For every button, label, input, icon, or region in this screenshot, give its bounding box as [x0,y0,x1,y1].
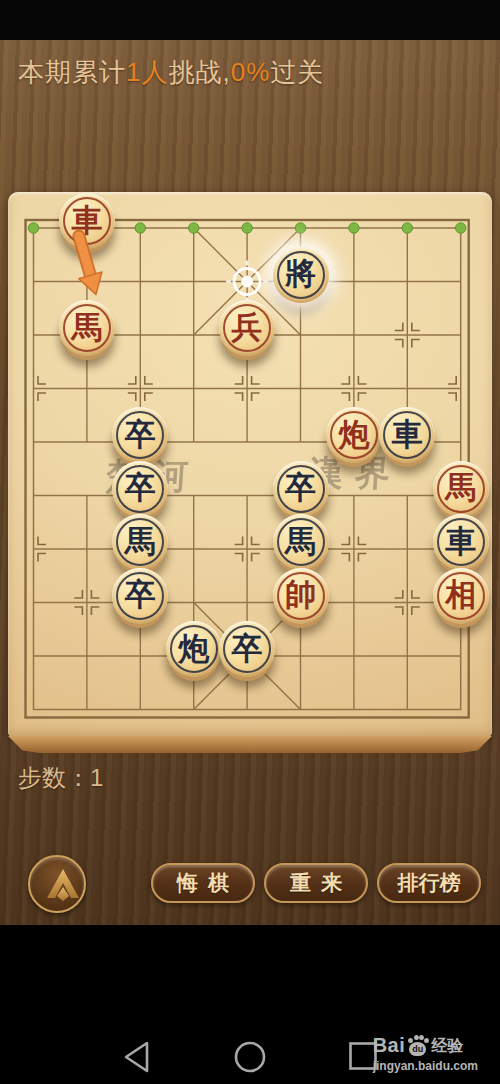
undo-button[interactable]: 悔棋 [151,863,255,903]
board-edge [8,736,492,753]
app-logo-icon [36,858,90,912]
piece-red[interactable]: 馬 [59,300,115,364]
piece-black[interactable]: 卒 [112,568,168,632]
move-counter-label: 步数： [18,764,90,791]
status-bar [0,0,500,40]
piece-red[interactable]: 相 [433,568,489,632]
app-screen: 本期累计1人挑战,0%过关 楚河 漢界 車將馬兵卒炮車卒卒馬馬馬車卒帥相炮卒 步… [0,0,500,1084]
stats-text-3: 过关 [270,57,324,87]
watermark-url: jingyan.baidu.com [373,1059,478,1073]
menu-button[interactable] [28,855,86,913]
piece-red[interactable]: 帥 [273,568,329,632]
jingyan-logo-text: 经验 [431,1036,463,1057]
stats-text-2: 挑战, [168,57,230,87]
baidu-watermark: Bai du 经验 jingyan.baidu.com [373,1034,478,1073]
piece-red[interactable]: 車 [59,193,115,257]
leaderboard-button[interactable]: 排行榜 [377,863,481,903]
stats-text: 本期累计 [18,57,126,87]
back-icon[interactable] [122,1040,156,1074]
move-counter-value: 1 [90,764,103,791]
piece-black[interactable]: 車 [379,407,435,471]
stats-pass-rate: 0% [231,57,271,87]
piece-black[interactable]: 將 [273,247,329,311]
piece-black[interactable]: 卒 [219,621,275,685]
piece-red[interactable]: 炮 [326,407,382,471]
challenge-stats: 本期累计1人挑战,0%过关 [18,55,324,90]
piece-black[interactable]: 炮 [166,621,222,685]
piece-red[interactable]: 兵 [219,300,275,364]
stats-player-count: 1人 [126,57,168,87]
baidu-paw-icon: du [407,1035,429,1057]
home-icon[interactable] [233,1040,267,1074]
baidu-logo-text: Bai [373,1034,406,1057]
restart-button[interactable]: 重来 [264,863,368,903]
android-nav-bar: Bai du 经验 jingyan.baidu.com [0,925,500,1084]
move-counter: 步数：1 [18,762,103,794]
